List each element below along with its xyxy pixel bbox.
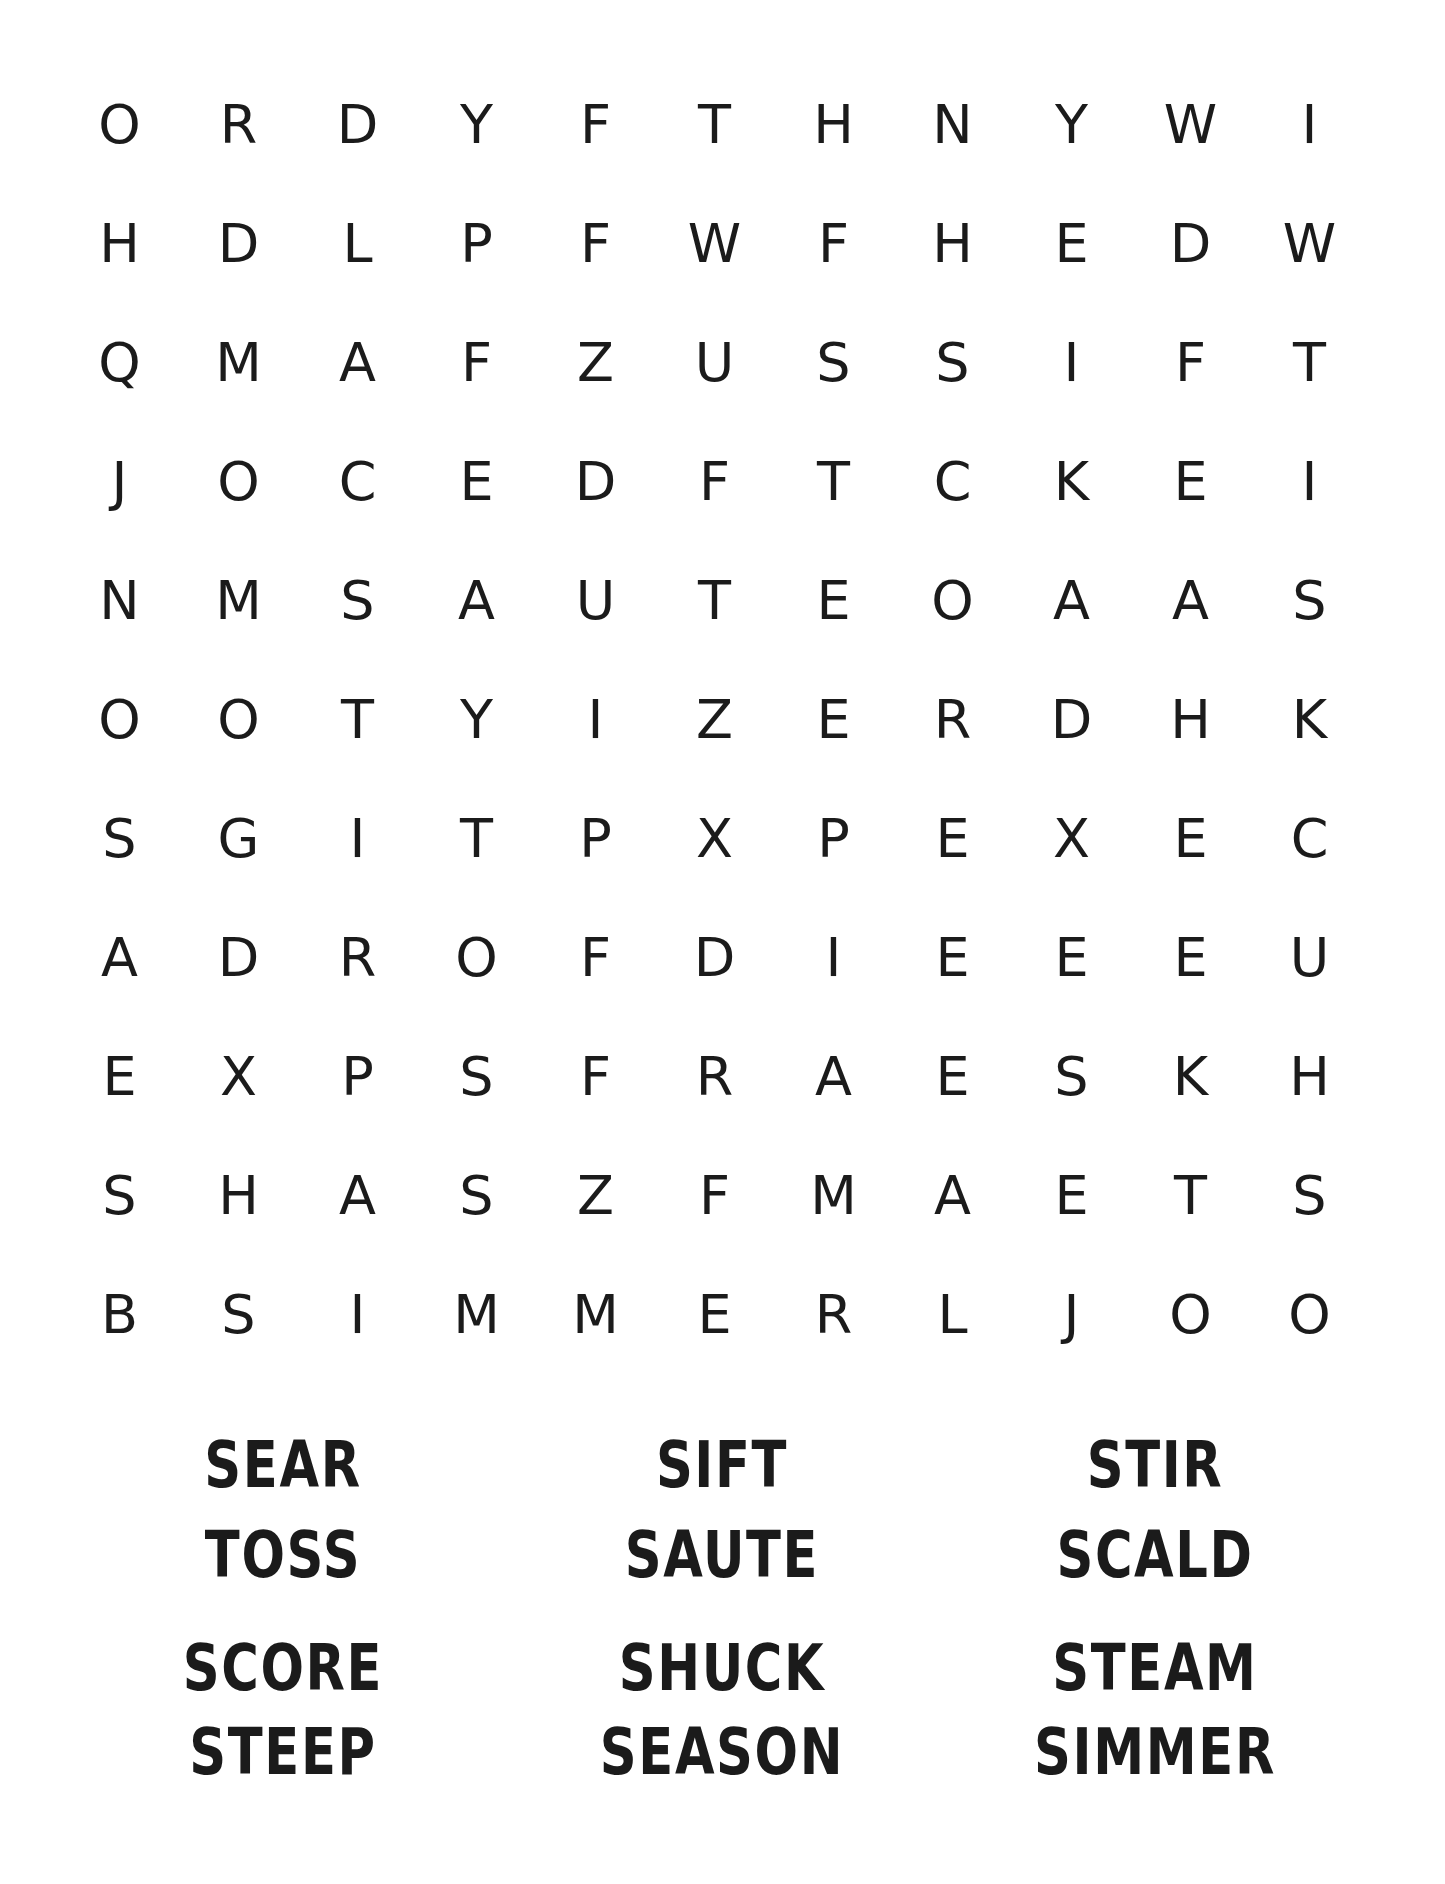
grid-cell[interactable]: H <box>179 1136 298 1255</box>
grid-cell[interactable]: T <box>298 660 417 779</box>
grid-cell[interactable]: S <box>298 541 417 660</box>
grid-cell[interactable]: A <box>417 541 536 660</box>
word-list-item: SEASON <box>600 1720 844 1784</box>
grid-cell[interactable]: S <box>1012 1017 1131 1136</box>
grid-cell[interactable]: T <box>1250 303 1369 422</box>
grid-cell[interactable]: Z <box>536 1136 655 1255</box>
grid-cell[interactable]: L <box>298 184 417 303</box>
grid-cell[interactable]: I <box>774 898 893 1017</box>
grid-cell[interactable]: D <box>536 422 655 541</box>
grid-cell[interactable]: F <box>655 422 774 541</box>
grid-cell[interactable]: I <box>1012 303 1131 422</box>
grid-cell[interactable]: S <box>60 1136 179 1255</box>
grid-cell[interactable]: O <box>179 660 298 779</box>
grid-cell[interactable]: U <box>1250 898 1369 1017</box>
grid-cell[interactable]: F <box>1131 303 1250 422</box>
grid-cell[interactable]: A <box>298 1136 417 1255</box>
grid-cell[interactable]: Z <box>655 660 774 779</box>
grid-cell[interactable]: W <box>1131 65 1250 184</box>
grid-cell[interactable]: E <box>893 1017 1012 1136</box>
grid-cell[interactable]: O <box>893 541 1012 660</box>
grid-cell[interactable]: C <box>1250 779 1369 898</box>
grid-cell[interactable]: P <box>774 779 893 898</box>
grid-cell[interactable]: R <box>655 1017 774 1136</box>
word-list-item: SIMMER <box>1034 1720 1276 1784</box>
grid-cell[interactable]: D <box>179 898 298 1017</box>
word-list-item: SEAR <box>204 1433 361 1497</box>
grid-cell[interactable]: P <box>298 1017 417 1136</box>
grid-cell[interactable]: O <box>179 422 298 541</box>
grid-cell[interactable]: C <box>298 422 417 541</box>
grid-cell[interactable]: T <box>774 422 893 541</box>
grid-cell[interactable]: S <box>1250 1136 1369 1255</box>
grid-cell[interactable]: T <box>655 541 774 660</box>
word-list-item: SCALD <box>1056 1523 1253 1587</box>
grid-cell[interactable]: R <box>179 65 298 184</box>
grid-cell[interactable]: M <box>536 1255 655 1374</box>
grid-cell[interactable]: L <box>893 1255 1012 1374</box>
grid-cell[interactable]: E <box>1012 1136 1131 1255</box>
grid-cell[interactable]: Y <box>1012 65 1131 184</box>
grid-cell[interactable]: I <box>298 779 417 898</box>
grid-cell[interactable]: K <box>1250 660 1369 779</box>
grid-cell[interactable]: E <box>1012 898 1131 1017</box>
grid-cell[interactable]: Z <box>536 303 655 422</box>
word-list-item: STEEP <box>189 1720 376 1784</box>
word-list-item: SAUTE <box>625 1523 819 1587</box>
grid-cell[interactable]: F <box>536 1017 655 1136</box>
grid-cell[interactable]: H <box>60 184 179 303</box>
grid-cell[interactable]: R <box>893 660 1012 779</box>
grid-cell[interactable]: E <box>1131 422 1250 541</box>
grid-cell[interactable]: F <box>536 184 655 303</box>
grid-cell[interactable]: Q <box>60 303 179 422</box>
grid-cell[interactable]: F <box>417 303 536 422</box>
grid-cell[interactable]: M <box>417 1255 536 1374</box>
word-search-page: { "game": "word-search", "grid_size": { … <box>0 0 1445 1884</box>
grid-cell[interactable]: M <box>179 303 298 422</box>
grid-cell[interactable]: O <box>60 660 179 779</box>
grid-cell[interactable]: A <box>774 1017 893 1136</box>
grid-cell[interactable]: S <box>417 1017 536 1136</box>
word-list-item: STEAM <box>1052 1636 1257 1700</box>
grid-cell[interactable]: D <box>655 898 774 1017</box>
grid-cell[interactable]: W <box>655 184 774 303</box>
grid-cell[interactable]: U <box>655 303 774 422</box>
grid-cell[interactable]: S <box>179 1255 298 1374</box>
grid-cell[interactable]: E <box>1131 779 1250 898</box>
grid-cell[interactable]: R <box>774 1255 893 1374</box>
grid-cell[interactable]: O <box>417 898 536 1017</box>
grid-cell[interactable]: D <box>179 184 298 303</box>
grid-cell[interactable]: E <box>893 779 1012 898</box>
grid-cell[interactable]: M <box>179 541 298 660</box>
grid-cell[interactable]: O <box>60 65 179 184</box>
grid-cell[interactable]: K <box>1012 422 1131 541</box>
grid-cell[interactable]: N <box>60 541 179 660</box>
grid-cell[interactable]: I <box>1250 422 1369 541</box>
grid-cell[interactable]: E <box>1131 898 1250 1017</box>
word-list-item: SIFT <box>656 1433 788 1497</box>
grid-cell[interactable]: E <box>417 422 536 541</box>
grid-cell[interactable]: D <box>298 65 417 184</box>
grid-cell[interactable]: Y <box>417 65 536 184</box>
grid-cell[interactable]: E <box>1012 184 1131 303</box>
grid-cell[interactable]: S <box>60 779 179 898</box>
grid-cell[interactable]: Y <box>417 660 536 779</box>
grid-cell[interactable]: I <box>536 660 655 779</box>
grid-cell[interactable]: R <box>298 898 417 1017</box>
grid-cell[interactable]: E <box>774 660 893 779</box>
grid-cell[interactable]: O <box>1131 1255 1250 1374</box>
grid-cell[interactable]: S <box>893 303 1012 422</box>
grid-cell[interactable]: A <box>1012 541 1131 660</box>
grid-cell[interactable]: E <box>655 1255 774 1374</box>
grid-cell[interactable]: X <box>1012 779 1131 898</box>
grid-cell[interactable]: F <box>536 898 655 1017</box>
grid-cell[interactable]: I <box>1250 65 1369 184</box>
grid-cell[interactable]: O <box>1250 1255 1369 1374</box>
grid-cell[interactable]: J <box>60 422 179 541</box>
grid-cell[interactable]: E <box>774 541 893 660</box>
grid-cell[interactable]: F <box>536 65 655 184</box>
grid-cell[interactable]: S <box>417 1136 536 1255</box>
grid-cell[interactable]: T <box>417 779 536 898</box>
grid-cell[interactable]: H <box>774 65 893 184</box>
word-list-item: SHUCK <box>619 1636 826 1700</box>
grid-cell[interactable]: A <box>1131 541 1250 660</box>
grid-cell[interactable]: K <box>1131 1017 1250 1136</box>
grid-cell[interactable]: D <box>1012 660 1131 779</box>
grid-cell[interactable]: X <box>179 1017 298 1136</box>
grid-cell[interactable]: E <box>60 1017 179 1136</box>
grid-cell[interactable]: D <box>1131 184 1250 303</box>
grid-cell[interactable]: S <box>1250 541 1369 660</box>
grid-cell[interactable]: H <box>893 184 1012 303</box>
grid-cell[interactable]: U <box>536 541 655 660</box>
grid-cell[interactable]: T <box>1131 1136 1250 1255</box>
grid-cell[interactable]: M <box>774 1136 893 1255</box>
grid-cell[interactable]: F <box>655 1136 774 1255</box>
grid-cell[interactable]: E <box>893 898 1012 1017</box>
grid-cell[interactable]: A <box>893 1136 1012 1255</box>
grid-cell[interactable]: J <box>1012 1255 1131 1374</box>
grid-cell[interactable]: H <box>1250 1017 1369 1136</box>
grid-cell[interactable]: N <box>893 65 1012 184</box>
grid-cell[interactable]: P <box>536 779 655 898</box>
grid-cell[interactable]: B <box>60 1255 179 1374</box>
grid-cell[interactable]: C <box>893 422 1012 541</box>
grid-cell[interactable]: A <box>60 898 179 1017</box>
word-list-item: SCORE <box>183 1636 383 1700</box>
grid-cell[interactable]: G <box>179 779 298 898</box>
grid-cell[interactable]: W <box>1250 184 1369 303</box>
grid-cell[interactable]: T <box>655 65 774 184</box>
word-list-item: STIR <box>1087 1433 1224 1497</box>
grid-cell[interactable]: I <box>298 1255 417 1374</box>
grid-cell[interactable]: F <box>774 184 893 303</box>
grid-cell[interactable]: P <box>417 184 536 303</box>
grid-cell[interactable]: H <box>1131 660 1250 779</box>
grid-cell[interactable]: A <box>298 303 417 422</box>
word-search-grid: ORDYFTHNYWIHDLPFWFHEDWQMAFZUSSIFTJOCEDFT… <box>60 65 1369 1374</box>
grid-cell[interactable]: X <box>655 779 774 898</box>
word-list-item: TOSS <box>205 1523 361 1587</box>
grid-cell[interactable]: S <box>774 303 893 422</box>
